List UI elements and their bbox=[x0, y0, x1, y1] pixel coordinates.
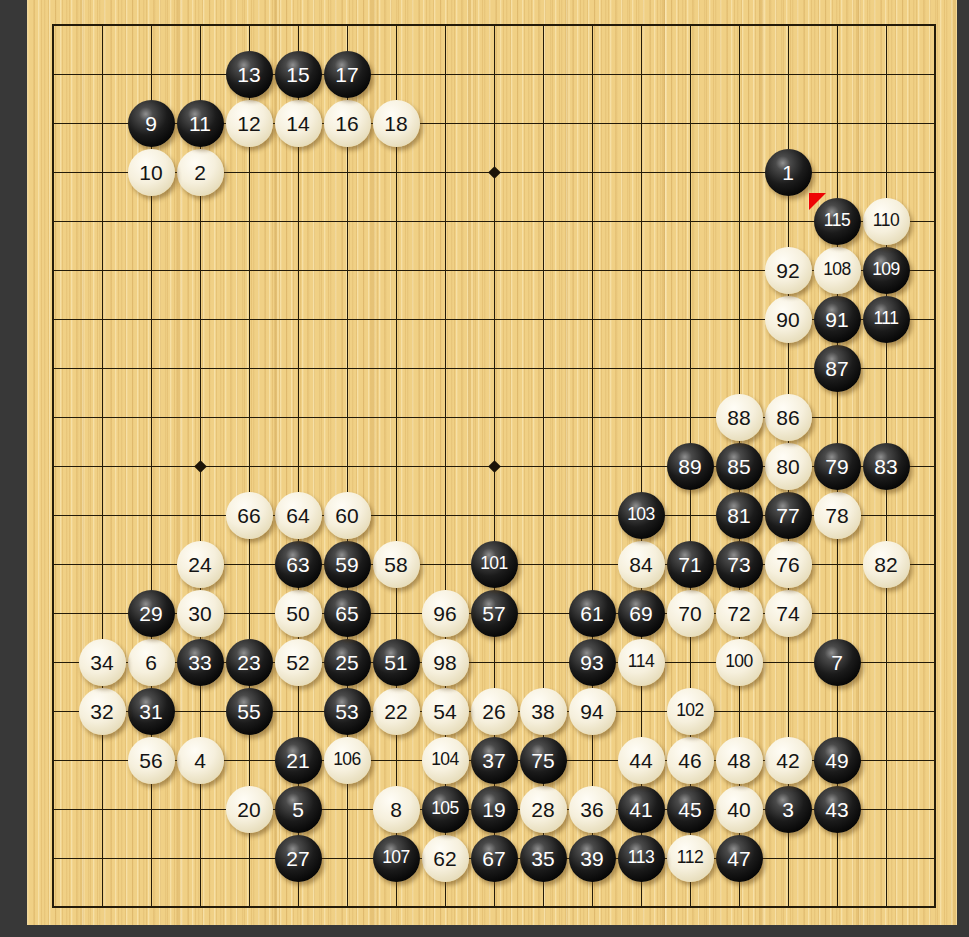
intersection[interactable]: 37 bbox=[470, 736, 519, 785]
intersection[interactable]: 40 bbox=[715, 785, 764, 834]
stone-black-67[interactable]: 67 bbox=[471, 835, 518, 882]
intersection[interactable]: 75 bbox=[519, 736, 568, 785]
stone-white-102[interactable]: 102 bbox=[667, 688, 714, 735]
intersection[interactable]: 89 bbox=[666, 442, 715, 491]
goban[interactable]: 1234567891011121314151617181920212223242… bbox=[29, 1, 960, 932]
intersection[interactable]: 98 bbox=[421, 638, 470, 687]
intersection[interactable]: 59 bbox=[323, 540, 372, 589]
stone-black-17[interactable]: 17 bbox=[324, 51, 371, 98]
stone-black-53[interactable]: 53 bbox=[324, 688, 371, 735]
stone-white-40[interactable]: 40 bbox=[716, 786, 763, 833]
move-number: 16 bbox=[335, 113, 358, 134]
move-number: 93 bbox=[580, 652, 603, 673]
intersection[interactable]: 1 bbox=[764, 148, 813, 197]
intersection[interactable]: 55 bbox=[225, 687, 274, 736]
stone-black-13[interactable]: 13 bbox=[226, 51, 273, 98]
stone-white-12[interactable]: 12 bbox=[226, 100, 273, 147]
stone-white-26[interactable]: 26 bbox=[471, 688, 518, 735]
stone-white-34[interactable]: 34 bbox=[79, 639, 126, 686]
move-number: 104 bbox=[431, 751, 459, 769]
stone-black-31[interactable]: 31 bbox=[128, 688, 175, 735]
stone-black-51[interactable]: 51 bbox=[373, 639, 420, 686]
move-number: 70 bbox=[678, 603, 701, 624]
move-number: 33 bbox=[188, 652, 211, 673]
intersection[interactable] bbox=[470, 442, 519, 491]
intersection[interactable]: 27 bbox=[274, 834, 323, 883]
intersection[interactable]: 52 bbox=[274, 638, 323, 687]
stone-white-60[interactable]: 60 bbox=[324, 492, 371, 539]
stone-white-30[interactable]: 30 bbox=[177, 590, 224, 637]
stone-black-55[interactable]: 55 bbox=[226, 688, 273, 735]
stone-black-111[interactable]: 111 bbox=[863, 296, 910, 343]
intersection[interactable]: 26 bbox=[470, 687, 519, 736]
stone-white-66[interactable]: 66 bbox=[226, 492, 273, 539]
move-number: 50 bbox=[286, 603, 309, 624]
stone-white-24[interactable]: 24 bbox=[177, 541, 224, 588]
stone-white-20[interactable]: 20 bbox=[226, 786, 273, 833]
move-number: 34 bbox=[90, 652, 113, 673]
move-number: 75 bbox=[531, 750, 554, 771]
move-number: 94 bbox=[580, 701, 603, 722]
intersection[interactable]: 44 bbox=[617, 736, 666, 785]
intersection[interactable]: 3 bbox=[764, 785, 813, 834]
move-number: 92 bbox=[776, 260, 799, 281]
stone-black-113[interactable]: 113 bbox=[618, 835, 665, 882]
stone-white-56[interactable]: 56 bbox=[128, 737, 175, 784]
intersection[interactable]: 46 bbox=[666, 736, 715, 785]
move-number: 62 bbox=[433, 848, 456, 869]
move-number: 78 bbox=[825, 505, 848, 526]
move-number: 37 bbox=[482, 750, 505, 771]
intersection[interactable]: 30 bbox=[176, 589, 225, 638]
stone-black-5[interactable]: 5 bbox=[275, 786, 322, 833]
intersection[interactable]: 31 bbox=[127, 687, 176, 736]
stone-white-6[interactable]: 6 bbox=[128, 639, 175, 686]
move-number: 89 bbox=[678, 456, 701, 477]
stone-black-101[interactable]: 101 bbox=[471, 541, 518, 588]
move-number: 106 bbox=[333, 751, 361, 769]
move-number: 56 bbox=[139, 750, 162, 771]
star-point bbox=[488, 166, 501, 179]
move-number: 9 bbox=[145, 113, 157, 134]
intersection[interactable] bbox=[176, 442, 225, 491]
intersection[interactable]: 91 bbox=[813, 295, 862, 344]
intersection[interactable]: 105 bbox=[421, 785, 470, 834]
stone-white-86[interactable]: 86 bbox=[765, 394, 812, 441]
intersection[interactable]: 103 bbox=[617, 491, 666, 540]
stone-white-110[interactable]: 110 bbox=[863, 198, 910, 245]
intersection[interactable]: 5 bbox=[274, 785, 323, 834]
move-number: 69 bbox=[629, 603, 652, 624]
intersection[interactable]: 39 bbox=[568, 834, 617, 883]
move-number: 2 bbox=[194, 162, 206, 183]
move-number: 60 bbox=[335, 505, 358, 526]
intersection[interactable]: 80 bbox=[764, 442, 813, 491]
intersection[interactable]: 4 bbox=[176, 736, 225, 785]
stone-white-112[interactable]: 112 bbox=[667, 835, 714, 882]
move-number: 26 bbox=[482, 701, 505, 722]
stone-black-43[interactable]: 43 bbox=[814, 786, 861, 833]
intersection[interactable]: 104 bbox=[421, 736, 470, 785]
intersection[interactable]: 62 bbox=[421, 834, 470, 883]
stone-white-106[interactable]: 106 bbox=[324, 737, 371, 784]
move-number: 53 bbox=[335, 701, 358, 722]
move-number: 25 bbox=[335, 652, 358, 673]
intersection[interactable]: 24 bbox=[176, 540, 225, 589]
stone-white-14[interactable]: 14 bbox=[275, 100, 322, 147]
stone-black-19[interactable]: 19 bbox=[471, 786, 518, 833]
move-number: 36 bbox=[580, 799, 603, 820]
intersection[interactable]: 17 bbox=[323, 50, 372, 99]
intersection[interactable]: 7 bbox=[813, 638, 862, 687]
intersection[interactable]: 64 bbox=[274, 491, 323, 540]
stone-white-92[interactable]: 92 bbox=[765, 247, 812, 294]
intersection[interactable]: 54 bbox=[421, 687, 470, 736]
intersection[interactable]: 111 bbox=[862, 295, 911, 344]
move-number: 85 bbox=[727, 456, 750, 477]
move-number: 51 bbox=[384, 652, 407, 673]
intersection[interactable]: 82 bbox=[862, 540, 911, 589]
intersection[interactable]: 112 bbox=[666, 834, 715, 883]
stone-white-42[interactable]: 42 bbox=[765, 737, 812, 784]
stone-white-4[interactable]: 4 bbox=[177, 737, 224, 784]
intersection[interactable]: 85 bbox=[715, 442, 764, 491]
intersection[interactable]: 77 bbox=[764, 491, 813, 540]
stone-black-41[interactable]: 41 bbox=[618, 786, 665, 833]
move-number: 4 bbox=[194, 750, 206, 771]
stone-black-73[interactable]: 73 bbox=[716, 541, 763, 588]
intersection[interactable]: 15 bbox=[274, 50, 323, 99]
intersection[interactable]: 113 bbox=[617, 834, 666, 883]
intersection[interactable]: 9 bbox=[127, 99, 176, 148]
stone-white-62[interactable]: 62 bbox=[422, 835, 469, 882]
intersection[interactable]: 71 bbox=[666, 540, 715, 589]
stone-black-45[interactable]: 45 bbox=[667, 786, 714, 833]
stone-black-89[interactable]: 89 bbox=[667, 443, 714, 490]
stone-white-90[interactable]: 90 bbox=[765, 296, 812, 343]
intersection[interactable]: 102 bbox=[666, 687, 715, 736]
stone-black-107[interactable]: 107 bbox=[373, 835, 420, 882]
move-number: 31 bbox=[139, 701, 162, 722]
stone-black-71[interactable]: 71 bbox=[667, 541, 714, 588]
intersection[interactable]: 6 bbox=[127, 638, 176, 687]
intersection[interactable]: 83 bbox=[862, 442, 911, 491]
move-number: 30 bbox=[188, 603, 211, 624]
star-point bbox=[488, 460, 501, 473]
stone-black-85[interactable]: 85 bbox=[716, 443, 763, 490]
stone-white-82[interactable]: 82 bbox=[863, 541, 910, 588]
intersection[interactable]: 94 bbox=[568, 687, 617, 736]
intersection[interactable]: 25 bbox=[323, 638, 372, 687]
intersection[interactable]: 8 bbox=[372, 785, 421, 834]
move-number: 59 bbox=[335, 554, 358, 575]
intersection[interactable]: 109 bbox=[862, 246, 911, 295]
stone-white-16[interactable]: 16 bbox=[324, 100, 371, 147]
stone-white-22[interactable]: 22 bbox=[373, 688, 420, 735]
move-number: 107 bbox=[382, 849, 410, 867]
intersection[interactable]: 20 bbox=[225, 785, 274, 834]
move-number: 114 bbox=[628, 653, 654, 671]
intersection[interactable]: 10 bbox=[127, 148, 176, 197]
intersection[interactable]: 101 bbox=[470, 540, 519, 589]
stone-white-10[interactable]: 10 bbox=[128, 149, 175, 196]
intersection[interactable]: 84 bbox=[617, 540, 666, 589]
intersection[interactable]: 110 bbox=[862, 197, 911, 246]
move-number: 87 bbox=[825, 358, 848, 379]
move-number: 67 bbox=[482, 848, 505, 869]
intersection[interactable]: 2 bbox=[176, 148, 225, 197]
move-number: 43 bbox=[825, 799, 848, 820]
move-number: 3 bbox=[782, 799, 794, 820]
intersection[interactable]: 13 bbox=[225, 50, 274, 99]
intersection[interactable]: 50 bbox=[274, 589, 323, 638]
move-number: 111 bbox=[873, 310, 898, 328]
stone-black-39[interactable]: 39 bbox=[569, 835, 616, 882]
intersection[interactable]: 21 bbox=[274, 736, 323, 785]
stone-white-74[interactable]: 74 bbox=[765, 590, 812, 637]
intersection[interactable]: 18 bbox=[372, 99, 421, 148]
stone-black-81[interactable]: 81 bbox=[716, 492, 763, 539]
move-number: 100 bbox=[725, 653, 753, 671]
move-number: 105 bbox=[431, 800, 459, 818]
move-number: 101 bbox=[480, 555, 508, 573]
intersection[interactable]: 88 bbox=[715, 393, 764, 442]
move-number: 7 bbox=[831, 652, 843, 673]
move-number: 80 bbox=[776, 456, 799, 477]
move-number: 96 bbox=[433, 603, 456, 624]
stone-black-65[interactable]: 65 bbox=[324, 590, 371, 637]
stone-black-103[interactable]: 103 bbox=[618, 492, 665, 539]
stone-white-48[interactable]: 48 bbox=[716, 737, 763, 784]
intersection[interactable]: 79 bbox=[813, 442, 862, 491]
move-number: 47 bbox=[727, 848, 750, 869]
move-number: 102 bbox=[676, 702, 704, 720]
stone-black-11[interactable]: 11 bbox=[177, 100, 224, 147]
stone-black-59[interactable]: 59 bbox=[324, 541, 371, 588]
stone-black-49[interactable]: 49 bbox=[814, 737, 861, 784]
stone-black-27[interactable]: 27 bbox=[275, 835, 322, 882]
intersection[interactable]: 47 bbox=[715, 834, 764, 883]
stone-white-104[interactable]: 104 bbox=[422, 737, 469, 784]
stone-white-50[interactable]: 50 bbox=[275, 590, 322, 637]
move-number: 52 bbox=[286, 652, 309, 673]
intersection[interactable]: 60 bbox=[323, 491, 372, 540]
move-number: 66 bbox=[237, 505, 260, 526]
stone-black-105[interactable]: 105 bbox=[422, 786, 469, 833]
move-number: 55 bbox=[237, 701, 260, 722]
intersection[interactable]: 43 bbox=[813, 785, 862, 834]
intersection[interactable]: 29 bbox=[127, 589, 176, 638]
move-number: 17 bbox=[335, 64, 358, 85]
move-number: 103 bbox=[627, 506, 655, 524]
stone-black-61[interactable]: 61 bbox=[569, 590, 616, 637]
stone-white-36[interactable]: 36 bbox=[569, 786, 616, 833]
stone-white-108[interactable]: 108 bbox=[814, 247, 861, 294]
stone-white-78[interactable]: 78 bbox=[814, 492, 861, 539]
intersection[interactable]: 96 bbox=[421, 589, 470, 638]
intersection[interactable]: 107 bbox=[372, 834, 421, 883]
intersection[interactable]: 90 bbox=[764, 295, 813, 344]
intersection[interactable]: 87 bbox=[813, 344, 862, 393]
intersection[interactable]: 70 bbox=[666, 589, 715, 638]
stone-black-7[interactable]: 7 bbox=[814, 639, 861, 686]
intersection[interactable] bbox=[470, 148, 519, 197]
intersection[interactable]: 65 bbox=[323, 589, 372, 638]
stone-black-83[interactable]: 83 bbox=[863, 443, 910, 490]
move-number: 72 bbox=[727, 603, 750, 624]
intersection[interactable]: 38 bbox=[519, 687, 568, 736]
move-number: 42 bbox=[776, 750, 799, 771]
stone-black-57[interactable]: 57 bbox=[471, 590, 518, 637]
intersection[interactable]: 28 bbox=[519, 785, 568, 834]
stone-white-44[interactable]: 44 bbox=[618, 737, 665, 784]
intersection[interactable]: 108 bbox=[813, 246, 862, 295]
intersection[interactable]: 53 bbox=[323, 687, 372, 736]
stone-black-21[interactable]: 21 bbox=[275, 737, 322, 784]
move-number: 38 bbox=[531, 701, 554, 722]
intersection[interactable]: 33 bbox=[176, 638, 225, 687]
move-number: 48 bbox=[727, 750, 750, 771]
intersection[interactable]: 63 bbox=[274, 540, 323, 589]
stone-white-8[interactable]: 8 bbox=[373, 786, 420, 833]
stone-black-3[interactable]: 3 bbox=[765, 786, 812, 833]
move-number: 71 bbox=[678, 554, 701, 575]
stone-black-37[interactable]: 37 bbox=[471, 737, 518, 784]
stone-white-64[interactable]: 64 bbox=[275, 492, 322, 539]
intersection[interactable]: 14 bbox=[274, 99, 323, 148]
intersection[interactable]: 67 bbox=[470, 834, 519, 883]
intersection[interactable]: 72 bbox=[715, 589, 764, 638]
move-number: 15 bbox=[286, 64, 309, 85]
stone-white-46[interactable]: 46 bbox=[667, 737, 714, 784]
move-number: 115 bbox=[824, 212, 850, 230]
intersection[interactable]: 93 bbox=[568, 638, 617, 687]
stone-white-88[interactable]: 88 bbox=[716, 394, 763, 441]
stone-black-63[interactable]: 63 bbox=[275, 541, 322, 588]
intersection[interactable]: 78 bbox=[813, 491, 862, 540]
stone-black-33[interactable]: 33 bbox=[177, 639, 224, 686]
stone-black-23[interactable]: 23 bbox=[226, 639, 273, 686]
intersection[interactable]: 48 bbox=[715, 736, 764, 785]
stone-white-58[interactable]: 58 bbox=[373, 541, 420, 588]
intersection[interactable]: 32 bbox=[78, 687, 127, 736]
stone-white-96[interactable]: 96 bbox=[422, 590, 469, 637]
move-number: 65 bbox=[335, 603, 358, 624]
stone-white-76[interactable]: 76 bbox=[765, 541, 812, 588]
move-number: 46 bbox=[678, 750, 701, 771]
stone-white-2[interactable]: 2 bbox=[177, 149, 224, 196]
intersection[interactable]: 51 bbox=[372, 638, 421, 687]
intersection[interactable]: 49 bbox=[813, 736, 862, 785]
stone-black-9[interactable]: 9 bbox=[128, 100, 175, 147]
stone-black-79[interactable]: 79 bbox=[814, 443, 861, 490]
stone-white-80[interactable]: 80 bbox=[765, 443, 812, 490]
stone-black-87[interactable]: 87 bbox=[814, 345, 861, 392]
stone-white-52[interactable]: 52 bbox=[275, 639, 322, 686]
intersection[interactable]: 16 bbox=[323, 99, 372, 148]
move-number: 6 bbox=[145, 652, 157, 673]
intersection[interactable]: 36 bbox=[568, 785, 617, 834]
move-number: 5 bbox=[292, 799, 304, 820]
move-number: 64 bbox=[286, 505, 309, 526]
stone-white-28[interactable]: 28 bbox=[520, 786, 567, 833]
intersection[interactable]: 86 bbox=[764, 393, 813, 442]
move-number: 79 bbox=[825, 456, 848, 477]
stone-white-38[interactable]: 38 bbox=[520, 688, 567, 735]
stone-white-72[interactable]: 72 bbox=[716, 590, 763, 637]
move-number: 10 bbox=[139, 162, 162, 183]
stone-black-25[interactable]: 25 bbox=[324, 639, 371, 686]
intersection[interactable]: 115 bbox=[813, 197, 862, 246]
move-number: 58 bbox=[384, 554, 407, 575]
stone-black-93[interactable]: 93 bbox=[569, 639, 616, 686]
intersection[interactable]: 22 bbox=[372, 687, 421, 736]
intersection[interactable]: 69 bbox=[617, 589, 666, 638]
stone-black-109[interactable]: 109 bbox=[863, 247, 910, 294]
move-number: 76 bbox=[776, 554, 799, 575]
stone-white-98[interactable]: 98 bbox=[422, 639, 469, 686]
stone-white-94[interactable]: 94 bbox=[569, 688, 616, 735]
move-number: 1 bbox=[782, 162, 794, 183]
intersection[interactable]: 106 bbox=[323, 736, 372, 785]
move-number: 54 bbox=[433, 701, 456, 722]
intersection[interactable]: 23 bbox=[225, 638, 274, 687]
move-number: 83 bbox=[874, 456, 897, 477]
intersection[interactable]: 35 bbox=[519, 834, 568, 883]
intersection[interactable]: 19 bbox=[470, 785, 519, 834]
intersection[interactable]: 41 bbox=[617, 785, 666, 834]
intersection[interactable]: 56 bbox=[127, 736, 176, 785]
stone-white-54[interactable]: 54 bbox=[422, 688, 469, 735]
stone-white-100[interactable]: 100 bbox=[716, 639, 763, 686]
move-number: 63 bbox=[286, 554, 309, 575]
intersection[interactable]: 92 bbox=[764, 246, 813, 295]
intersection[interactable]: 76 bbox=[764, 540, 813, 589]
move-number: 91 bbox=[825, 309, 848, 330]
stone-white-114[interactable]: 114 bbox=[618, 639, 665, 686]
stone-white-84[interactable]: 84 bbox=[618, 541, 665, 588]
intersection[interactable]: 34 bbox=[78, 638, 127, 687]
intersection[interactable]: 57 bbox=[470, 589, 519, 638]
intersection[interactable]: 58 bbox=[372, 540, 421, 589]
intersection[interactable]: 61 bbox=[568, 589, 617, 638]
stone-black-15[interactable]: 15 bbox=[275, 51, 322, 98]
intersection[interactable]: 81 bbox=[715, 491, 764, 540]
stone-black-47[interactable]: 47 bbox=[716, 835, 763, 882]
intersection[interactable]: 12 bbox=[225, 99, 274, 148]
intersection[interactable]: 11 bbox=[176, 99, 225, 148]
stone-white-70[interactable]: 70 bbox=[667, 590, 714, 637]
stone-black-77[interactable]: 77 bbox=[765, 492, 812, 539]
intersection[interactable]: 100 bbox=[715, 638, 764, 687]
stone-black-75[interactable]: 75 bbox=[520, 737, 567, 784]
stone-black-1[interactable]: 1 bbox=[765, 149, 812, 196]
intersection[interactable]: 66 bbox=[225, 491, 274, 540]
intersection[interactable]: 42 bbox=[764, 736, 813, 785]
stone-white-32[interactable]: 32 bbox=[79, 688, 126, 735]
stone-black-35[interactable]: 35 bbox=[520, 835, 567, 882]
intersection[interactable]: 45 bbox=[666, 785, 715, 834]
stone-white-18[interactable]: 18 bbox=[373, 100, 420, 147]
intersection[interactable]: 73 bbox=[715, 540, 764, 589]
stone-black-91[interactable]: 91 bbox=[814, 296, 861, 343]
stone-black-69[interactable]: 69 bbox=[618, 590, 665, 637]
intersection[interactable]: 114 bbox=[617, 638, 666, 687]
move-number: 32 bbox=[90, 701, 113, 722]
stone-black-29[interactable]: 29 bbox=[128, 590, 175, 637]
intersection[interactable]: 74 bbox=[764, 589, 813, 638]
move-number: 45 bbox=[678, 799, 701, 820]
